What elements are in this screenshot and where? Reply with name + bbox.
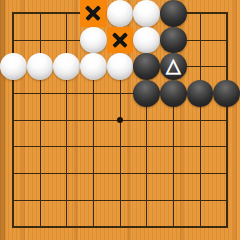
grid-line-horizontal bbox=[13, 173, 226, 174]
white-stone bbox=[0, 53, 26, 79]
white-stone bbox=[133, 27, 159, 53]
black-stone bbox=[160, 0, 186, 26]
go-board[interactable]: △ bbox=[0, 0, 240, 240]
x-marker bbox=[107, 27, 134, 54]
star-point bbox=[117, 117, 123, 123]
black-stone bbox=[213, 80, 239, 106]
white-stone bbox=[107, 53, 133, 79]
grid-line-horizontal bbox=[13, 146, 226, 147]
white-stone bbox=[80, 27, 106, 53]
black-stone bbox=[160, 27, 186, 53]
white-stone bbox=[53, 53, 79, 79]
white-stone bbox=[27, 53, 53, 79]
black-stone bbox=[160, 80, 186, 106]
black-stone-triangle-marked: △ bbox=[160, 53, 186, 79]
white-stone bbox=[133, 0, 159, 26]
grid-line-vertical bbox=[200, 13, 201, 226]
black-stone bbox=[133, 53, 159, 79]
x-marker bbox=[80, 0, 107, 27]
white-stone bbox=[107, 0, 133, 26]
black-stone bbox=[187, 80, 213, 106]
triangle-marker: △ bbox=[160, 52, 186, 78]
grid-line-horizontal bbox=[13, 200, 226, 201]
black-stone bbox=[133, 80, 159, 106]
white-stone bbox=[80, 53, 106, 79]
